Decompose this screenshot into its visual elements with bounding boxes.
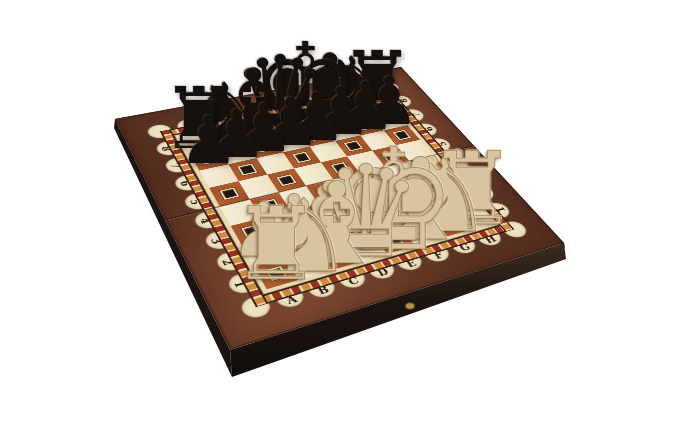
square-inlay <box>381 150 400 161</box>
square-inlay <box>316 185 336 197</box>
square-inlay <box>241 225 262 239</box>
square-inlay <box>408 183 428 195</box>
square-inlay <box>265 266 287 281</box>
square-inlay <box>396 207 416 220</box>
square-inlay <box>271 121 289 131</box>
square-inlay <box>447 194 467 206</box>
square-inlay <box>307 131 325 141</box>
square-inlay <box>321 111 339 121</box>
square-inlay <box>393 130 411 140</box>
square-inlay <box>369 173 388 185</box>
product-photo-canvas: AA88BB77CC66DD55EE44FF33GG22HH11 ♜♞♝♛♚♝♞… <box>0 0 680 425</box>
square-inlay <box>255 141 274 152</box>
square-inlay <box>283 237 304 251</box>
square-inlay <box>419 161 438 172</box>
square-inlay <box>300 210 321 223</box>
square-inlay <box>293 152 312 163</box>
square-inlay <box>219 187 239 200</box>
square-inlay <box>331 162 350 173</box>
square-inlay <box>218 131 237 142</box>
square-inlay <box>369 101 386 110</box>
square-inlay <box>357 120 375 130</box>
square-inlay <box>342 222 363 235</box>
square-inlay <box>238 164 257 176</box>
square-inlay <box>260 199 280 212</box>
square-inlay <box>383 233 404 247</box>
square-inlay <box>277 174 297 186</box>
square-inlay <box>326 249 348 264</box>
square-inlay <box>436 218 456 231</box>
square-inlay <box>356 196 376 208</box>
square-inlay <box>199 153 218 164</box>
square-inlay <box>344 141 363 152</box>
brass-clasp-icon <box>406 303 415 309</box>
